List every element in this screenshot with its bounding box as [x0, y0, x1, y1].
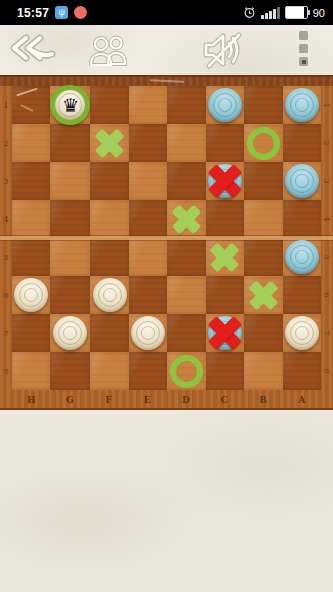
square-C8[interactable] — [206, 352, 244, 390]
square-G8[interactable] — [50, 352, 90, 390]
blue-piece-capture-target[interactable] — [208, 316, 242, 350]
checkers-board: 12345678 12345678 HGFEDCBA ♛ — [0, 77, 333, 410]
selected-piece-halo[interactable]: ♛ — [50, 85, 90, 125]
white-piece[interactable] — [93, 278, 127, 312]
move-marker-ring-icon[interactable] — [170, 355, 203, 388]
file-label: A — [282, 390, 321, 410]
white-piece[interactable] — [285, 316, 319, 350]
square-F2[interactable] — [90, 124, 128, 162]
blue-piece[interactable] — [285, 88, 319, 122]
move-marker-x-icon[interactable] — [209, 242, 240, 273]
square-H1[interactable] — [12, 86, 50, 124]
rank-label: 4 — [0, 200, 12, 238]
square-D8[interactable] — [167, 352, 205, 390]
rank-label: 1 — [0, 86, 12, 124]
white-piece[interactable] — [131, 316, 165, 350]
square-H8[interactable] — [12, 352, 50, 390]
battery-icon — [285, 6, 308, 19]
rank-label: 6 — [308, 289, 333, 301]
capture-x-icon[interactable] — [207, 163, 243, 199]
piece-ring — [295, 326, 309, 340]
blue-piece[interactable] — [285, 240, 319, 274]
muted-speaker-icon — [200, 29, 246, 71]
signal-strength-icon — [261, 7, 280, 19]
blue-piece-capture-target[interactable] — [208, 164, 242, 198]
menu-square-icon — [299, 44, 308, 53]
file-labels-bottom: HGFEDCBA — [12, 390, 321, 410]
game-toolbar — [0, 25, 333, 75]
file-label: E — [128, 390, 167, 410]
square-E8[interactable] — [129, 352, 167, 390]
notification-dot-icon — [74, 6, 87, 19]
rank-label: 2 — [308, 137, 333, 149]
move-marker-ring-icon[interactable] — [247, 127, 280, 160]
square-E7[interactable] — [129, 314, 167, 352]
clock-time: 15:57 — [17, 6, 49, 20]
square-E2[interactable] — [129, 124, 167, 162]
capture-x-icon[interactable] — [207, 315, 243, 351]
status-left-group: 15:57 ψ — [17, 6, 87, 20]
square-A3[interactable] — [283, 162, 321, 200]
square-D6[interactable] — [167, 276, 205, 314]
square-D5[interactable] — [167, 238, 205, 276]
undo-double-arrow-icon — [8, 32, 56, 68]
two-players-icon — [88, 34, 130, 66]
piece-ring — [141, 326, 155, 340]
square-B1[interactable] — [244, 86, 282, 124]
square-E4[interactable] — [129, 200, 167, 238]
square-H7[interactable] — [12, 314, 50, 352]
players-button[interactable] — [88, 34, 130, 69]
file-label: G — [51, 390, 90, 410]
square-C1[interactable] — [206, 86, 244, 124]
square-G6[interactable] — [50, 276, 90, 314]
square-C6[interactable] — [206, 276, 244, 314]
scratch-mark — [150, 79, 184, 83]
file-label: F — [89, 390, 128, 410]
square-F5[interactable] — [90, 238, 128, 276]
rank-label: 2 — [0, 124, 12, 162]
white-piece[interactable] — [14, 278, 48, 312]
alarm-clock-icon — [243, 6, 256, 19]
square-H5[interactable] — [12, 238, 50, 276]
file-label: H — [12, 390, 51, 410]
square-D7[interactable] — [167, 314, 205, 352]
square-C7[interactable] — [206, 314, 244, 352]
square-D4[interactable] — [167, 200, 205, 238]
square-F6[interactable] — [90, 276, 128, 314]
square-H2[interactable] — [12, 124, 50, 162]
blue-piece[interactable] — [285, 164, 319, 198]
square-B2[interactable] — [244, 124, 282, 162]
square-G4[interactable] — [50, 200, 90, 238]
board-grid: ♛ — [12, 86, 321, 390]
rank-label: 4 — [308, 213, 333, 225]
square-F7[interactable] — [90, 314, 128, 352]
square-D1[interactable] — [167, 86, 205, 124]
square-H3[interactable] — [12, 162, 50, 200]
square-G3[interactable] — [50, 162, 90, 200]
square-A5[interactable] — [283, 238, 321, 276]
square-A7[interactable] — [283, 314, 321, 352]
square-F4[interactable] — [90, 200, 128, 238]
square-C5[interactable] — [206, 238, 244, 276]
file-label: B — [244, 390, 283, 410]
rank-label: 8 — [0, 352, 12, 390]
square-D3[interactable] — [167, 162, 205, 200]
usb-icon: ψ — [55, 6, 68, 19]
square-F3[interactable] — [90, 162, 128, 200]
sound-muted-button[interactable] — [200, 29, 246, 74]
square-B7[interactable] — [244, 314, 282, 352]
square-E3[interactable] — [129, 162, 167, 200]
square-E6[interactable] — [129, 276, 167, 314]
white-king-selected[interactable]: ♛ — [55, 90, 85, 120]
square-B3[interactable] — [244, 162, 282, 200]
piece-ring — [295, 250, 309, 264]
square-H6[interactable] — [12, 276, 50, 314]
square-B8[interactable] — [244, 352, 282, 390]
square-E5[interactable] — [129, 238, 167, 276]
piece-ring — [218, 98, 232, 112]
square-G5[interactable] — [50, 238, 90, 276]
status-right-group: 90 — [243, 6, 325, 19]
square-D2[interactable] — [167, 124, 205, 162]
file-label: C — [205, 390, 244, 410]
menu-square-icon — [299, 31, 308, 40]
king-crown-icon: ♛ — [55, 90, 85, 120]
square-C4[interactable] — [206, 200, 244, 238]
menu-square-icon — [299, 57, 308, 66]
square-C3[interactable] — [206, 162, 244, 200]
square-H4[interactable] — [12, 200, 50, 238]
white-piece[interactable] — [53, 316, 87, 350]
rank-label: 3 — [0, 162, 12, 200]
piece-ring — [103, 288, 117, 302]
menu-button[interactable] — [299, 31, 308, 66]
square-G2[interactable] — [50, 124, 90, 162]
rank-label: 7 — [0, 314, 12, 352]
move-marker-x-icon[interactable] — [94, 128, 125, 159]
square-C2[interactable] — [206, 124, 244, 162]
square-F8[interactable] — [90, 352, 128, 390]
file-label: D — [167, 390, 206, 410]
square-G7[interactable] — [50, 314, 90, 352]
rank-label: 5 — [0, 238, 12, 276]
square-B5[interactable] — [244, 238, 282, 276]
rank-labels-left: 12345678 — [0, 86, 12, 390]
undo-button[interactable] — [8, 32, 56, 71]
rank-labels-right: 12345678 — [321, 86, 333, 390]
rank-label: 8 — [308, 365, 333, 377]
move-marker-x-icon[interactable] — [248, 280, 279, 311]
background-area — [0, 412, 333, 592]
piece-ring — [295, 98, 309, 112]
square-G1[interactable]: ♛ — [50, 86, 90, 124]
square-B4[interactable] — [244, 200, 282, 238]
square-F1[interactable] — [90, 86, 128, 124]
rank-label: 6 — [0, 276, 12, 314]
app-screen: 15:57 ψ 90 — [0, 0, 333, 592]
status-bar: 15:57 ψ 90 — [0, 0, 333, 25]
square-A1[interactable] — [283, 86, 321, 124]
piece-ring — [295, 174, 309, 188]
blue-piece[interactable] — [208, 88, 242, 122]
square-B6[interactable] — [244, 276, 282, 314]
move-marker-x-icon[interactable] — [171, 204, 202, 235]
square-E1[interactable] — [129, 86, 167, 124]
battery-percent: 90 — [313, 7, 325, 19]
